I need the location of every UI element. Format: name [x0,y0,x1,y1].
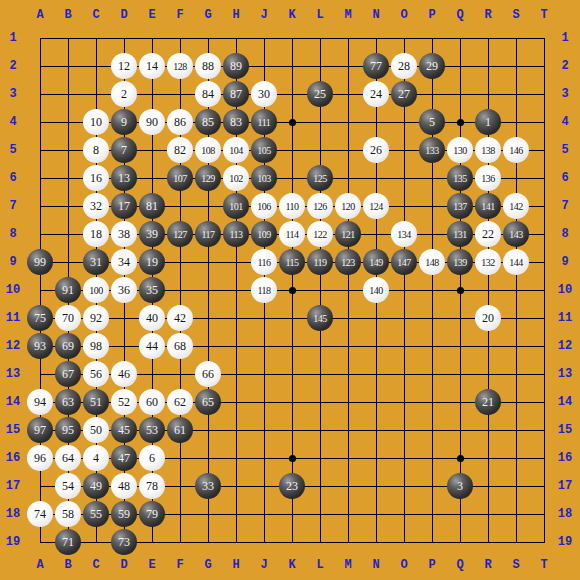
black-stone-137: 137 [447,193,473,219]
point-H6: 102 [222,164,250,192]
point-D19: 73 [110,528,138,556]
point-G13: 66 [194,360,222,388]
black-stone-33: 33 [195,473,221,499]
column-label-bottom: C [82,557,110,573]
point-Q5: 130 [446,136,474,164]
point-D15: 45 [110,416,138,444]
point-E11: 40 [138,304,166,332]
column-label-bottom: H [222,557,250,573]
star-point-Q10 [446,276,474,304]
column-label-bottom: A [26,557,54,573]
point-A11: 75 [26,304,54,332]
row-label-left: 3 [1,80,25,108]
row-label-left: 2 [1,52,25,80]
white-stone-136: 136 [475,165,501,191]
black-stone-19: 19 [139,249,165,275]
point-L7: 126 [306,192,334,220]
point-C17: 49 [82,472,110,500]
point-R11: 20 [474,304,502,332]
point-C7: 32 [82,192,110,220]
point-C9: 31 [82,248,110,276]
point-R7: 141 [474,192,502,220]
point-F2: 128 [166,52,194,80]
black-stone-141: 141 [475,193,501,219]
white-stone-114: 114 [279,221,305,247]
black-stone-65: 65 [195,389,221,415]
point-F8: 127 [166,220,194,248]
point-O3: 27 [390,80,418,108]
white-stone-64: 64 [55,445,81,471]
column-label-bottom: G [194,557,222,573]
column-label-bottom: Q [446,557,474,573]
white-stone-12: 12 [111,53,137,79]
point-E15: 53 [138,416,166,444]
point-D7: 17 [110,192,138,220]
column-label-bottom: T [530,557,558,573]
column-label-top: A [26,7,54,23]
column-label-top: Q [446,7,474,23]
point-A9: 99 [26,248,54,276]
point-E18: 79 [138,500,166,528]
black-stone-3: 3 [447,473,473,499]
white-stone-94: 94 [27,389,53,415]
point-C16: 4 [82,444,110,472]
point-Q9: 139 [446,248,474,276]
star-point-Q16 [446,444,474,472]
point-F4: 86 [166,108,194,136]
point-N9: 149 [362,248,390,276]
black-stone-103: 103 [251,165,277,191]
row-label-left: 14 [1,388,25,416]
point-F6: 107 [166,164,194,192]
white-stone-24: 24 [363,81,389,107]
point-J6: 103 [250,164,278,192]
point-C14: 51 [82,388,110,416]
black-stone-63: 63 [55,389,81,415]
black-stone-13: 13 [111,165,137,191]
point-N10: 140 [362,276,390,304]
column-label-bottom: M [334,557,362,573]
white-stone-16: 16 [83,165,109,191]
point-B19: 71 [54,528,82,556]
column-label-bottom: D [110,557,138,573]
point-A16: 96 [26,444,54,472]
point-D6: 13 [110,164,138,192]
black-stone-71: 71 [55,529,81,555]
black-stone-49: 49 [83,473,109,499]
white-stone-98: 98 [83,333,109,359]
black-stone-27: 27 [391,81,417,107]
column-label-bottom: P [418,557,446,573]
point-N7: 124 [362,192,390,220]
point-C5: 8 [82,136,110,164]
point-D2: 12 [110,52,138,80]
black-stone-93: 93 [27,333,53,359]
point-J9: 116 [250,248,278,276]
point-B16: 64 [54,444,82,472]
white-stone-28: 28 [391,53,417,79]
column-label-bottom: R [474,557,502,573]
point-S7: 142 [502,192,530,220]
point-R14: 21 [474,388,502,416]
white-stone-84: 84 [195,81,221,107]
point-D8: 38 [110,220,138,248]
black-stone-99: 99 [27,249,53,275]
point-J4: 111 [250,108,278,136]
white-stone-60: 60 [139,389,165,415]
point-G14: 65 [194,388,222,416]
column-label-top: L [306,7,334,23]
point-H7: 101 [222,192,250,220]
point-L3: 25 [306,80,334,108]
point-D3: 2 [110,80,138,108]
row-label-left: 17 [1,472,25,500]
point-D17: 48 [110,472,138,500]
black-stone-31: 31 [83,249,109,275]
point-A15: 97 [26,416,54,444]
column-label-top: E [138,7,166,23]
column-label-bottom: J [250,557,278,573]
point-E12: 44 [138,332,166,360]
black-stone-143: 143 [503,221,529,247]
white-stone-42: 42 [167,305,193,331]
column-label-top: B [54,7,82,23]
column-label-bottom: K [278,557,306,573]
point-D10: 36 [110,276,138,304]
point-H3: 87 [222,80,250,108]
point-Q7: 137 [446,192,474,220]
white-stone-104: 104 [223,137,249,163]
column-label-top: R [474,7,502,23]
point-D4: 9 [110,108,138,136]
black-stone-35: 35 [139,277,165,303]
white-stone-120: 120 [335,193,361,219]
column-label-top: N [362,7,390,23]
black-stone-115: 115 [279,249,305,275]
point-E9: 19 [138,248,166,276]
black-stone-17: 17 [111,193,137,219]
point-E8: 39 [138,220,166,248]
black-stone-119: 119 [307,249,333,275]
point-G4: 85 [194,108,222,136]
black-stone-29: 29 [419,53,445,79]
white-stone-148: 148 [419,249,445,275]
black-stone-113: 113 [223,221,249,247]
white-stone-44: 44 [139,333,165,359]
point-P5: 133 [418,136,446,164]
black-stone-129: 129 [195,165,221,191]
white-stone-78: 78 [139,473,165,499]
black-stone-9: 9 [111,109,137,135]
column-label-bottom: F [166,557,194,573]
black-stone-79: 79 [139,501,165,527]
point-F14: 62 [166,388,194,416]
column-label-top: P [418,7,446,23]
column-label-top: K [278,7,306,23]
row-label-left: 18 [1,500,25,528]
white-stone-96: 96 [27,445,53,471]
black-stone-95: 95 [55,417,81,443]
point-B10: 91 [54,276,82,304]
point-B11: 70 [54,304,82,332]
black-stone-107: 107 [167,165,193,191]
white-stone-68: 68 [167,333,193,359]
row-label-left: 4 [1,108,25,136]
column-label-bottom: N [362,557,390,573]
point-A14: 94 [26,388,54,416]
point-G8: 117 [194,220,222,248]
point-B18: 58 [54,500,82,528]
point-G2: 88 [194,52,222,80]
point-O8: 134 [390,220,418,248]
point-J3: 30 [250,80,278,108]
white-stone-40: 40 [139,305,165,331]
black-stone-109: 109 [251,221,277,247]
white-stone-66: 66 [195,361,221,387]
white-stone-48: 48 [111,473,137,499]
white-stone-130: 130 [447,137,473,163]
black-stone-139: 139 [447,249,473,275]
go-board-diagram: 1234567891012131416171819202122232425262… [0,0,580,580]
point-R5: 138 [474,136,502,164]
white-stone-32: 32 [83,193,109,219]
point-P4: 5 [418,108,446,136]
point-K7: 110 [278,192,306,220]
black-stone-145: 145 [307,305,333,331]
point-C13: 56 [82,360,110,388]
black-stone-135: 135 [447,165,473,191]
point-H4: 83 [222,108,250,136]
white-stone-26: 26 [363,137,389,163]
point-B15: 95 [54,416,82,444]
black-stone-73: 73 [111,529,137,555]
point-L6: 125 [306,164,334,192]
row-label-left: 8 [1,220,25,248]
white-stone-56: 56 [83,361,109,387]
white-stone-18: 18 [83,221,109,247]
point-A18: 74 [26,500,54,528]
point-K9: 115 [278,248,306,276]
point-E7: 81 [138,192,166,220]
point-B12: 69 [54,332,82,360]
white-stone-124: 124 [363,193,389,219]
point-G17: 33 [194,472,222,500]
black-stone-111: 111 [251,109,277,135]
row-label-left: 19 [1,528,25,556]
black-stone-1: 1 [475,109,501,135]
black-stone-125: 125 [307,165,333,191]
point-C15: 50 [82,416,110,444]
point-J5: 105 [250,136,278,164]
point-P2: 29 [418,52,446,80]
point-D14: 52 [110,388,138,416]
white-stone-82: 82 [167,137,193,163]
white-stone-88: 88 [195,53,221,79]
point-K8: 114 [278,220,306,248]
black-stone-147: 147 [391,249,417,275]
row-label-left: 9 [1,248,25,276]
point-N3: 24 [362,80,390,108]
white-stone-118: 118 [251,277,277,303]
column-label-top: F [166,7,194,23]
black-stone-67: 67 [55,361,81,387]
black-stone-7: 7 [111,137,137,163]
white-stone-100: 100 [83,277,109,303]
point-C4: 10 [82,108,110,136]
white-stone-52: 52 [111,389,137,415]
row-label-left: 6 [1,164,25,192]
point-D9: 34 [110,248,138,276]
point-J8: 109 [250,220,278,248]
white-stone-74: 74 [27,501,53,527]
point-B17: 54 [54,472,82,500]
point-B13: 67 [54,360,82,388]
point-P9: 148 [418,248,446,276]
black-stone-75: 75 [27,305,53,331]
column-label-top: D [110,7,138,23]
black-stone-91: 91 [55,277,81,303]
point-H8: 113 [222,220,250,248]
point-M7: 120 [334,192,362,220]
star-point-K16 [278,444,306,472]
point-Q6: 135 [446,164,474,192]
point-G3: 84 [194,80,222,108]
row-label-left: 16 [1,444,25,472]
row-label-left: 12 [1,332,25,360]
white-stone-140: 140 [363,277,389,303]
point-Q8: 131 [446,220,474,248]
point-L11: 145 [306,304,334,332]
black-stone-87: 87 [223,81,249,107]
white-stone-122: 122 [307,221,333,247]
point-B14: 63 [54,388,82,416]
point-M8: 121 [334,220,362,248]
point-L8: 122 [306,220,334,248]
white-stone-132: 132 [475,249,501,275]
point-M9: 123 [334,248,362,276]
column-label-top: S [502,7,530,23]
star-point-Q4 [446,108,474,136]
row-label-left: 15 [1,416,25,444]
black-stone-55: 55 [83,501,109,527]
point-O2: 28 [390,52,418,80]
point-K17: 23 [278,472,306,500]
white-stone-36: 36 [111,277,137,303]
point-E10: 35 [138,276,166,304]
black-stone-133: 133 [419,137,445,163]
white-stone-90: 90 [139,109,165,135]
point-C11: 92 [82,304,110,332]
white-stone-62: 62 [167,389,193,415]
point-D18: 59 [110,500,138,528]
column-label-bottom: B [54,557,82,573]
white-stone-46: 46 [111,361,137,387]
black-stone-51: 51 [83,389,109,415]
black-stone-59: 59 [111,501,137,527]
column-label-top: C [82,7,110,23]
point-E2: 14 [138,52,166,80]
white-stone-14: 14 [139,53,165,79]
point-G5: 108 [194,136,222,164]
white-stone-58: 58 [55,501,81,527]
black-stone-85: 85 [195,109,221,135]
white-stone-30: 30 [251,81,277,107]
column-label-top: G [194,7,222,23]
point-A12: 93 [26,332,54,360]
point-F11: 42 [166,304,194,332]
point-H2: 89 [222,52,250,80]
point-C6: 16 [82,164,110,192]
white-stone-116: 116 [251,249,277,275]
white-stone-146: 146 [503,137,529,163]
black-stone-101: 101 [223,193,249,219]
black-stone-47: 47 [111,445,137,471]
column-label-top: J [250,7,278,23]
point-S8: 143 [502,220,530,248]
star-point-K10 [278,276,306,304]
black-stone-53: 53 [139,417,165,443]
row-label-left: 13 [1,360,25,388]
point-N5: 26 [362,136,390,164]
black-stone-45: 45 [111,417,137,443]
row-label-left: 1 [1,24,25,52]
black-stone-69: 69 [55,333,81,359]
point-R9: 132 [474,248,502,276]
white-stone-70: 70 [55,305,81,331]
star-point-K4 [278,108,306,136]
column-label-top: O [390,7,418,23]
column-label-bottom: E [138,557,166,573]
white-stone-138: 138 [475,137,501,163]
white-stone-10: 10 [83,109,109,135]
white-stone-86: 86 [167,109,193,135]
point-D13: 46 [110,360,138,388]
point-C12: 98 [82,332,110,360]
white-stone-106: 106 [251,193,277,219]
point-F15: 61 [166,416,194,444]
black-stone-127: 127 [167,221,193,247]
white-stone-2: 2 [111,81,137,107]
black-stone-23: 23 [279,473,305,499]
white-stone-142: 142 [503,193,529,219]
point-E17: 78 [138,472,166,500]
column-label-bottom: L [306,557,334,573]
point-R6: 136 [474,164,502,192]
black-stone-105: 105 [251,137,277,163]
black-stone-61: 61 [167,417,193,443]
black-stone-83: 83 [223,109,249,135]
point-J10: 118 [250,276,278,304]
point-J7: 106 [250,192,278,220]
white-stone-144: 144 [503,249,529,275]
board-grid[interactable]: 1234567891012131416171819202122232425262… [26,24,558,556]
point-D5: 7 [110,136,138,164]
point-F5: 82 [166,136,194,164]
black-stone-123: 123 [335,249,361,275]
white-stone-110: 110 [279,193,305,219]
row-label-left: 5 [1,136,25,164]
black-stone-25: 25 [307,81,333,107]
white-stone-102: 102 [223,165,249,191]
point-E4: 90 [138,108,166,136]
point-G6: 129 [194,164,222,192]
black-stone-89: 89 [223,53,249,79]
black-stone-131: 131 [447,221,473,247]
point-R4: 1 [474,108,502,136]
white-stone-38: 38 [111,221,137,247]
point-C18: 55 [82,500,110,528]
white-stone-128: 128 [167,53,193,79]
